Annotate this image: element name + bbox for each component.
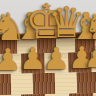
board-square	[45, 94, 69, 96]
chess-set-photo: ♞♝♚♛♝♞♟♟♟♟♟	[0, 0, 96, 96]
board-square	[0, 95, 21, 96]
white-pawn-piece: ♟	[73, 43, 96, 72]
board-square	[0, 74, 11, 95]
board-square	[21, 94, 45, 96]
board-square	[33, 73, 55, 94]
board-square	[93, 93, 96, 96]
board-square	[69, 93, 93, 96]
